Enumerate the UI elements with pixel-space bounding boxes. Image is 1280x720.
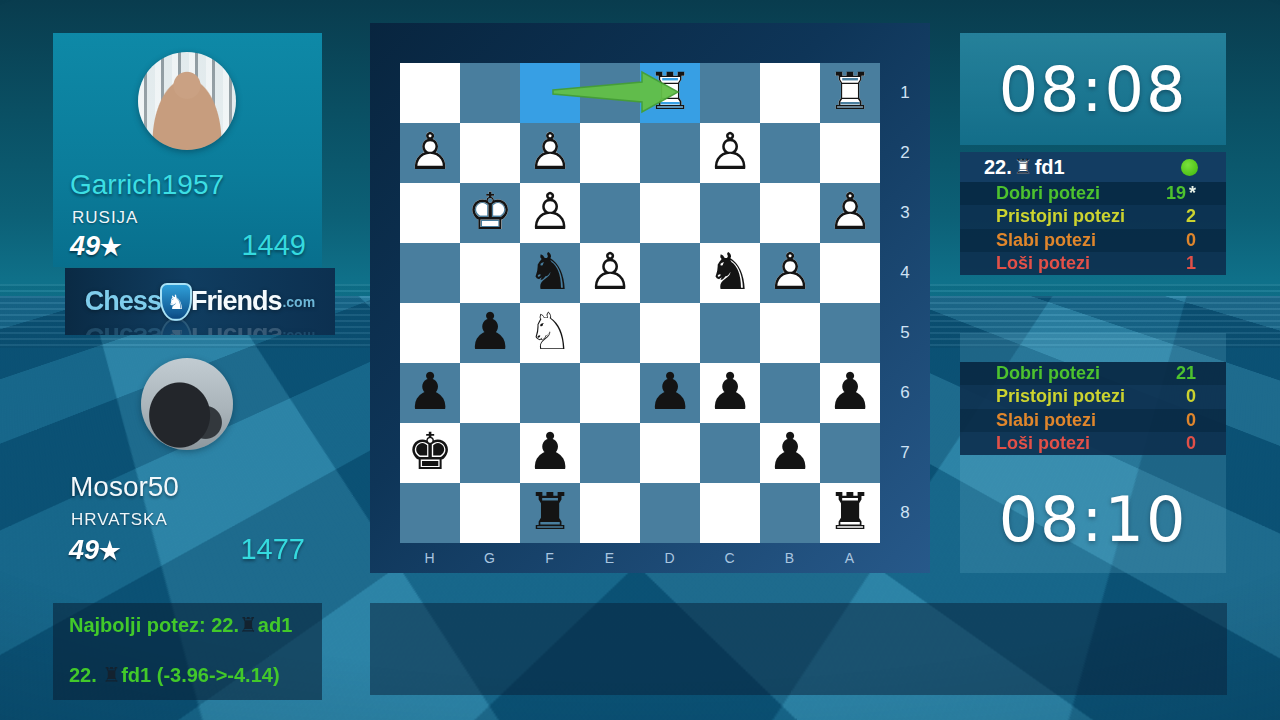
square-d8[interactable] [640,483,700,543]
rank-label-5: 5 [880,303,930,363]
stat-label: Dobri potezi [996,363,1100,384]
square-d7[interactable] [640,423,700,483]
stat-value: 0 [1186,433,1196,454]
square-d3[interactable] [640,183,700,243]
stat-label: Dobri potezi [996,183,1100,204]
rank-label-6: 6 [880,363,930,423]
piece-bP-h6: ♟ [400,363,460,423]
rank-labels: 12345678 [880,63,930,543]
file-label-F: F [520,543,580,573]
chess4friends-logo-band[interactable]: Chess ♞ Friends .com Chess ♞ Friends .co… [65,268,335,335]
square-b1[interactable] [760,63,820,123]
stat-value: 0 [1186,386,1196,407]
logo-text-friends: Friends [191,288,282,315]
square-h4[interactable] [400,243,460,303]
stat-row-good: Dobri potezi19* [960,182,1226,205]
square-h7[interactable]: ♚ [400,423,460,483]
square-d1[interactable]: ♜♖ [640,63,700,123]
square-a6[interactable]: ♟ [820,363,880,423]
player-stars-bottom: 49★ [69,535,121,566]
player-rating-top: 1449 [241,229,306,262]
chess4friends-logo: Chess ♞ Friends .com [85,283,315,321]
square-f3[interactable]: ♟♙ [520,183,580,243]
square-e7[interactable] [580,423,640,483]
stat-row-weak: Slabi potezi0 [960,229,1226,252]
piece-bN-c4: ♞ [700,243,760,303]
shield-knight-icon: ♞ [160,283,192,321]
file-label-E: E [580,543,640,573]
square-g1[interactable] [460,63,520,123]
square-h5[interactable] [400,303,460,363]
bottom-right-translucent-panel: Dobri potezi21Pristojni potezi0Slabi pot… [960,333,1226,573]
square-e2[interactable] [580,123,640,183]
move-stats-panel-top: 22. ♜ ♖ fd1 Dobri potezi19*Pristojni pot… [960,152,1226,275]
piece-bP-a6: ♟ [820,363,880,423]
app-root: Garrich1957 RUSIJA 49★ 1449 Chess ♞ Frie… [0,0,1280,720]
clock-top-time: 08:08 [999,53,1188,126]
stat-label: Loši potezi [996,253,1090,274]
square-d4[interactable] [640,243,700,303]
square-g4[interactable] [460,243,520,303]
best-move-line: Najbolji potez: 22.♜ad1 [69,613,292,637]
piece-bP-b7: ♟ [760,423,820,483]
file-labels: HGFEDCBA [400,543,880,573]
file-label-H: H [400,543,460,573]
move-number: 22. [984,156,1012,179]
square-c3[interactable] [700,183,760,243]
square-f8[interactable]: ♜ [520,483,580,543]
piece-wP-a3: ♟♙ [820,183,880,243]
played-move-eval-line: 22. ♜fd1 (-3.96->-4.14) [69,663,280,687]
logo-reflection: Chess ♞ Friends .com [65,318,335,335]
logo-text-com: .com [282,295,315,309]
square-e4[interactable]: ♟♙ [580,243,640,303]
square-e5[interactable] [580,303,640,363]
rank-label-4: 4 [880,243,930,303]
piece-wR-a1: ♜♖ [820,63,880,123]
square-a7[interactable] [820,423,880,483]
stat-value: 21 [1176,363,1196,384]
square-h1[interactable] [400,63,460,123]
rank-label-2: 2 [880,123,930,183]
current-move-row: 22. ♜ ♖ fd1 [960,152,1226,182]
square-a2[interactable] [820,123,880,183]
clock-bottom-time: 08:10 [999,483,1188,556]
piece-wN-f5: ♞♘ [520,303,580,363]
file-label-A: A [820,543,880,573]
clock-bottom: 08:10 [960,475,1226,563]
square-c1[interactable] [700,63,760,123]
square-b5[interactable] [760,303,820,363]
piece-bP-g5: ♟ [460,303,520,363]
square-a5[interactable] [820,303,880,363]
stat-value: 2 [1186,206,1196,227]
piece-wK-g3: ♚♔ [460,183,520,243]
move-squares: fd1 [1035,156,1065,179]
star-icon: ★ [99,537,121,564]
square-f7[interactable]: ♟ [520,423,580,483]
piece-wP-f3: ♟♙ [520,183,580,243]
chessboard: ♜♖♜♖♟♙♟♙♟♙♚♔♟♙♟♙♞♟♙♞♟♙♟♞♘♟♟♟♟♚♟♟♜♜ [400,63,880,543]
piece-bR-a8: ♜ [820,483,880,543]
piece-wP-f2: ♟♙ [520,123,580,183]
square-c4[interactable]: ♞ [700,243,760,303]
square-e1[interactable] [580,63,640,123]
square-h8[interactable] [400,483,460,543]
square-a1[interactable]: ♜♖ [820,63,880,123]
player-country-top: RUSIJA [72,208,138,228]
player-country-bottom: HRVATSKA [71,510,168,530]
square-a3[interactable]: ♟♙ [820,183,880,243]
square-h2[interactable]: ♟♙ [400,123,460,183]
square-g3[interactable]: ♚♔ [460,183,520,243]
square-d2[interactable] [640,123,700,183]
piece-bP-d6: ♟ [640,363,700,423]
star-icon: ★ [100,233,122,260]
stat-row-bad: Loši potezi1 [960,252,1226,275]
square-e6[interactable] [580,363,640,423]
piece-bR-f8: ♜ [520,483,580,543]
square-g6[interactable] [460,363,520,423]
file-label-G: G [460,543,520,573]
green-status-dot-icon [1181,159,1198,176]
stat-label: Pristojni potezi [996,206,1125,227]
stats-rows-bottom: Dobri potezi21Pristojni potezi0Slabi pot… [960,362,1226,455]
square-b4[interactable]: ♟♙ [760,243,820,303]
stat-label: Slabi potezi [996,230,1096,251]
stat-row-decent: Pristojni potezi2 [960,205,1226,228]
square-f6[interactable] [520,363,580,423]
stat-row-bad: Loši potezi0 [960,432,1226,455]
square-a4[interactable] [820,243,880,303]
player-card-top: Garrich1957 RUSIJA 49★ 1449 [53,33,322,267]
stat-value: 19* [1166,183,1196,204]
rook-figurine-icon: ♜ ♖ [1014,157,1033,178]
rank-label-8: 8 [880,483,930,543]
square-c6[interactable]: ♟ [700,363,760,423]
stat-label: Slabi potezi [996,410,1096,431]
square-c2[interactable]: ♟♙ [700,123,760,183]
avatar-garrich1957[interactable] [138,52,236,150]
avatar-mosor50[interactable] [141,358,233,450]
rook-figurine-icon: ♜ [102,663,121,687]
rook-figurine-icon: ♜ [239,613,258,637]
player-name-bottom: Mosor50 [70,471,179,503]
square-b6[interactable] [760,363,820,423]
bottom-message-panel [370,603,1227,695]
piece-bK-h7: ♚ [400,423,460,483]
player-rating-bottom: 1477 [240,533,305,566]
stats-rows-top: Dobri potezi19*Pristojni potezi2Slabi po… [960,182,1226,275]
stat-label: Loši potezi [996,433,1090,454]
square-f1[interactable] [520,63,580,123]
square-c7[interactable] [700,423,760,483]
best-move-panel: Najbolji potez: 22.♜ad1 22. ♜fd1 (-3.96-… [53,603,322,700]
file-label-C: C [700,543,760,573]
square-d6[interactable]: ♟ [640,363,700,423]
piece-wP-e4: ♟♙ [580,243,640,303]
square-b2[interactable] [760,123,820,183]
piece-wP-h2: ♟♙ [400,123,460,183]
square-d5[interactable] [640,303,700,363]
square-g5[interactable]: ♟ [460,303,520,363]
stat-value: 0 [1186,410,1196,431]
file-label-D: D [640,543,700,573]
square-f4[interactable]: ♞ [520,243,580,303]
square-h6[interactable]: ♟ [400,363,460,423]
rank-label-1: 1 [880,63,930,123]
square-g8[interactable] [460,483,520,543]
square-c8[interactable] [700,483,760,543]
piece-bP-f7: ♟ [520,423,580,483]
stat-row-decent: Pristojni potezi0 [960,385,1226,408]
square-g7[interactable] [460,423,520,483]
clock-top: 08:08 [960,33,1226,145]
square-f5[interactable]: ♞♘ [520,303,580,363]
stat-label: Pristojni potezi [996,386,1125,407]
chessboard-frame: ♜♖♜♖♟♙♟♙♟♙♚♔♟♙♟♙♞♟♙♞♟♙♟♞♘♟♟♟♟♚♟♟♜♜ 12345… [370,23,930,573]
square-c5[interactable] [700,303,760,363]
logo-text-chess: Chess [85,288,161,315]
rank-label-7: 7 [880,423,930,483]
piece-wP-c2: ♟♙ [700,123,760,183]
square-a8[interactable]: ♜ [820,483,880,543]
piece-bP-c6: ♟ [700,363,760,423]
square-h3[interactable] [400,183,460,243]
square-e8[interactable] [580,483,640,543]
stat-row-weak: Slabi potezi0 [960,409,1226,432]
square-e3[interactable] [580,183,640,243]
square-f2[interactable]: ♟♙ [520,123,580,183]
file-label-B: B [760,543,820,573]
square-b7[interactable]: ♟ [760,423,820,483]
player-stars-top: 49★ [70,231,122,262]
rank-label-3: 3 [880,183,930,243]
player-name-top: Garrich1957 [70,169,224,201]
piece-wP-b4: ♟♙ [760,243,820,303]
piece-wR-d1: ♜♖ [640,63,700,123]
stat-value: 0 [1186,230,1196,251]
square-b8[interactable] [760,483,820,543]
stat-row-good: Dobri potezi21 [960,362,1226,385]
square-b3[interactable] [760,183,820,243]
piece-bN-f4: ♞ [520,243,580,303]
square-g2[interactable] [460,123,520,183]
stat-value: 1 [1186,253,1196,274]
